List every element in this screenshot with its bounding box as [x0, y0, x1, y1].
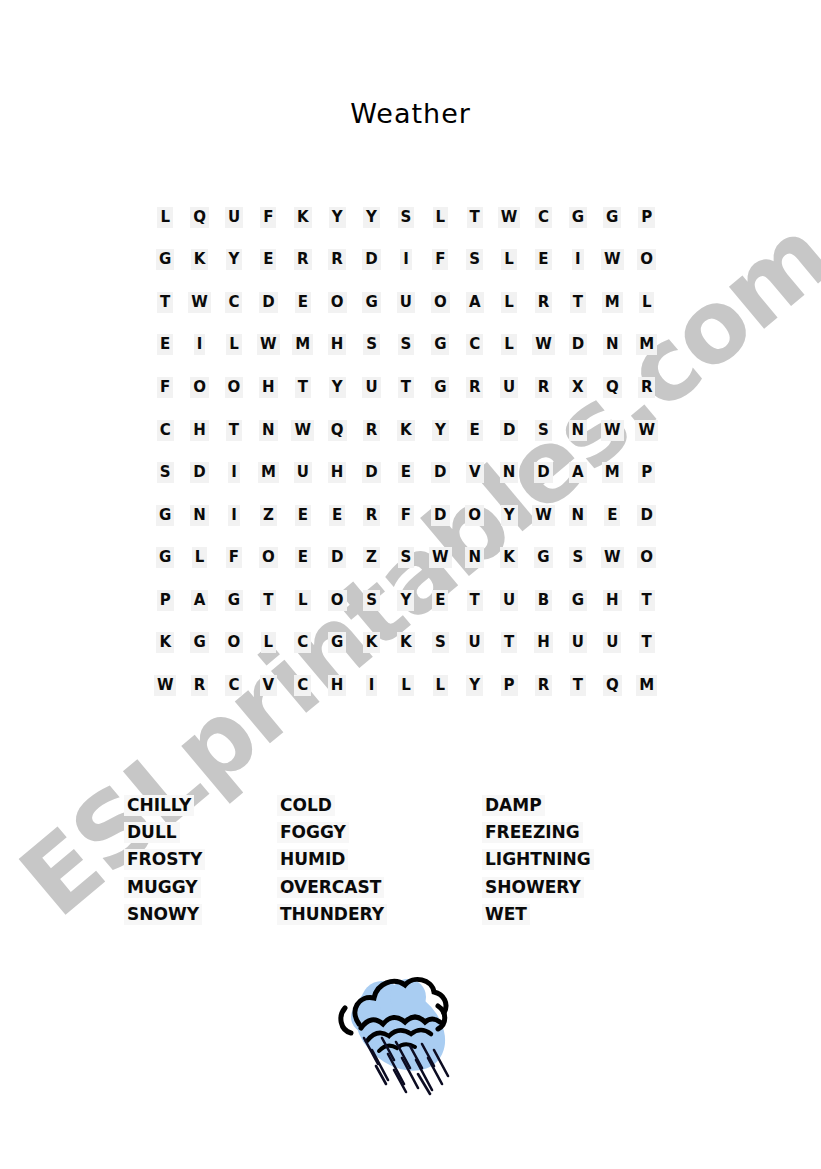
- word-list-item: FREEZING: [482, 819, 594, 846]
- grid-cell[interactable]: T: [629, 621, 663, 664]
- grid-cell[interactable]: N: [561, 494, 595, 537]
- grid-letter: F: [398, 505, 414, 526]
- grid-letter: G: [328, 632, 346, 653]
- grid-cell[interactable]: U: [492, 579, 526, 622]
- grid-letter: S: [398, 207, 415, 228]
- grid-letter: H: [328, 462, 347, 483]
- grid-letter: E: [295, 505, 311, 526]
- grid-cell[interactable]: S: [148, 451, 182, 494]
- grid-cell[interactable]: R: [526, 366, 560, 409]
- word-label: COLD: [277, 795, 335, 816]
- grid-letter: I: [228, 505, 240, 526]
- grid-letter: U: [294, 462, 312, 483]
- grid-cell[interactable]: L: [389, 664, 423, 707]
- grid-cell[interactable]: Y: [389, 579, 423, 622]
- grid-cell[interactable]: M: [595, 451, 629, 494]
- grid-cell[interactable]: D: [423, 451, 457, 494]
- grid-letter: Y: [363, 207, 380, 228]
- grid-cell[interactable]: H: [182, 409, 216, 452]
- grid-cell[interactable]: G: [354, 281, 388, 324]
- grid-cell[interactable]: V: [458, 451, 492, 494]
- grid-cell[interactable]: S: [354, 324, 388, 367]
- grid-cell[interactable]: S: [354, 579, 388, 622]
- grid-cell[interactable]: W: [629, 409, 663, 452]
- grid-letter: U: [603, 632, 621, 653]
- grid-cell[interactable]: L: [492, 281, 526, 324]
- grid-letter: L: [261, 632, 277, 653]
- grid-letter: G: [156, 505, 174, 526]
- grid-letter: D: [190, 462, 208, 483]
- grid-letter: P: [638, 462, 655, 483]
- grid-cell[interactable]: F: [423, 239, 457, 282]
- grid-cell[interactable]: M: [595, 281, 629, 324]
- grid-letter: U: [397, 292, 415, 313]
- grid-cell[interactable]: R: [629, 366, 663, 409]
- grid-letter: T: [570, 292, 586, 313]
- grid-cell[interactable]: G: [148, 239, 182, 282]
- grid-cell[interactable]: P: [148, 579, 182, 622]
- grid-cell[interactable]: A: [182, 579, 216, 622]
- grid-cell[interactable]: A: [458, 281, 492, 324]
- grid-letter: T: [226, 420, 242, 441]
- grid-cell[interactable]: G: [561, 196, 595, 239]
- grid-cell[interactable]: E: [320, 494, 354, 537]
- grid-cell[interactable]: U: [595, 621, 629, 664]
- grid-cell[interactable]: R: [526, 281, 560, 324]
- grid-letter: D: [259, 292, 277, 313]
- grid-cell[interactable]: S: [389, 324, 423, 367]
- grid-letter: H: [534, 632, 553, 653]
- grid-cell[interactable]: A: [561, 451, 595, 494]
- grid-cell[interactable]: T: [458, 579, 492, 622]
- grid-letter: U: [500, 590, 518, 611]
- grid-letter: I: [366, 675, 378, 696]
- grid-cell[interactable]: W: [526, 494, 560, 537]
- grid-cell[interactable]: T: [629, 579, 663, 622]
- grid-cell[interactable]: T: [389, 366, 423, 409]
- grid-cell[interactable]: T: [286, 366, 320, 409]
- grid-cell[interactable]: R: [354, 494, 388, 537]
- grid-letter: S: [398, 334, 415, 355]
- grid-letter: S: [157, 462, 174, 483]
- grid-cell[interactable]: C: [217, 281, 251, 324]
- grid-letter: T: [398, 377, 414, 398]
- grid-cell[interactable]: K: [148, 621, 182, 664]
- grid-cell[interactable]: L: [251, 621, 285, 664]
- grid-cell[interactable]: E: [286, 281, 320, 324]
- grid-cell[interactable]: U: [354, 366, 388, 409]
- grid-cell[interactable]: F: [389, 494, 423, 537]
- grid-cell[interactable]: G: [182, 621, 216, 664]
- word-list-item: CHILLY: [124, 792, 205, 819]
- grid-cell[interactable]: H: [320, 324, 354, 367]
- grid-cell[interactable]: V: [251, 664, 285, 707]
- grid-cell[interactable]: R: [182, 664, 216, 707]
- grid-cell[interactable]: E: [389, 451, 423, 494]
- grid-cell[interactable]: K: [286, 196, 320, 239]
- grid-letter: R: [328, 249, 346, 270]
- grid-cell[interactable]: S: [389, 196, 423, 239]
- grid-letter: R: [638, 377, 656, 398]
- grid-cell[interactable]: Y: [354, 196, 388, 239]
- grid-letter: G: [362, 292, 380, 313]
- grid-cell[interactable]: H: [320, 451, 354, 494]
- grid-cell[interactable]: S: [423, 621, 457, 664]
- grid-cell[interactable]: L: [182, 536, 216, 579]
- grid-letter: C: [466, 334, 483, 355]
- grid-cell[interactable]: T: [561, 281, 595, 324]
- grid-cell[interactable]: G: [148, 494, 182, 537]
- grid-letter: C: [225, 675, 242, 696]
- grid-cell[interactable]: Q: [595, 664, 629, 707]
- grid-letter: D: [534, 462, 552, 483]
- grid-cell[interactable]: R: [286, 239, 320, 282]
- grid-cell[interactable]: L: [629, 281, 663, 324]
- grid-cell[interactable]: K: [182, 239, 216, 282]
- grid-cell[interactable]: L: [286, 579, 320, 622]
- grid-cell[interactable]: H: [526, 621, 560, 664]
- grid-cell[interactable]: K: [389, 409, 423, 452]
- grid-letter: L: [639, 292, 655, 313]
- grid-cell[interactable]: O: [320, 579, 354, 622]
- grid-cell[interactable]: U: [217, 196, 251, 239]
- grid-letter: Y: [432, 420, 449, 441]
- grid-letter: E: [535, 249, 551, 270]
- grid-cell[interactable]: W: [595, 239, 629, 282]
- grid-letter: D: [500, 420, 518, 441]
- grid-cell[interactable]: N: [595, 324, 629, 367]
- grid-cell[interactable]: D: [423, 494, 457, 537]
- word-list-item: LIGHTNING: [482, 846, 594, 873]
- grid-cell[interactable]: T: [217, 409, 251, 452]
- word-label: WET: [482, 904, 530, 925]
- word-label: DULL: [124, 822, 180, 843]
- grid-cell[interactable]: U: [492, 366, 526, 409]
- grid-letter: S: [432, 632, 449, 653]
- grid-cell[interactable]: I: [389, 239, 423, 282]
- word-label: SNOWY: [124, 904, 202, 925]
- grid-letter: G: [603, 207, 621, 228]
- grid-cell[interactable]: E: [595, 494, 629, 537]
- grid-cell[interactable]: L: [148, 196, 182, 239]
- grid-letter: H: [603, 590, 622, 611]
- grid-cell[interactable]: S: [458, 239, 492, 282]
- word-list-item: SNOWY: [124, 901, 205, 928]
- grid-cell[interactable]: N: [251, 409, 285, 452]
- grid-cell[interactable]: K: [389, 621, 423, 664]
- grid-cell[interactable]: Q: [320, 409, 354, 452]
- grid-letter: W: [601, 547, 624, 568]
- grid-cell[interactable]: L: [423, 196, 457, 239]
- grid-cell[interactable]: L: [423, 664, 457, 707]
- grid-letter: H: [190, 420, 209, 441]
- grid-letter: F: [157, 377, 173, 398]
- grid-cell[interactable]: Q: [595, 366, 629, 409]
- grid-cell[interactable]: D: [320, 536, 354, 579]
- grid-letter: K: [294, 207, 312, 228]
- grid-cell[interactable]: W: [492, 196, 526, 239]
- grid-cell[interactable]: Y: [320, 196, 354, 239]
- grid-letter: P: [157, 590, 174, 611]
- grid-cell[interactable]: D: [354, 451, 388, 494]
- grid-letter: I: [228, 462, 240, 483]
- grid-cell[interactable]: G: [423, 324, 457, 367]
- grid-cell[interactable]: Q: [182, 196, 216, 239]
- grid-cell[interactable]: T: [148, 281, 182, 324]
- grid-cell[interactable]: I: [561, 239, 595, 282]
- grid-cell[interactable]: E: [526, 239, 560, 282]
- grid-cell[interactable]: F: [148, 366, 182, 409]
- grid-cell[interactable]: U: [389, 281, 423, 324]
- grid-letter: G: [534, 547, 552, 568]
- grid-cell[interactable]: W: [526, 324, 560, 367]
- grid-letter: U: [569, 632, 587, 653]
- grid-cell[interactable]: C: [217, 664, 251, 707]
- grid-letter: O: [637, 547, 656, 568]
- page-title: Weather: [0, 98, 821, 129]
- grid-letter: L: [433, 675, 449, 696]
- grid-cell[interactable]: G: [561, 579, 595, 622]
- grid-cell[interactable]: C: [458, 324, 492, 367]
- grid-cell[interactable]: N: [458, 536, 492, 579]
- grid-cell[interactable]: R: [320, 239, 354, 282]
- grid-cell[interactable]: D: [526, 451, 560, 494]
- grid-letter: E: [260, 249, 276, 270]
- grid-letter: G: [156, 249, 174, 270]
- grid-letter: W: [188, 292, 211, 313]
- grid-cell[interactable]: I: [217, 451, 251, 494]
- grid-letter: U: [362, 377, 380, 398]
- grid-cell[interactable]: Y: [492, 494, 526, 537]
- grid-letter: P: [501, 675, 518, 696]
- grid-letter: L: [157, 207, 173, 228]
- grid-letter: C: [535, 207, 552, 228]
- grid-cell[interactable]: Y: [217, 239, 251, 282]
- grid-letter: D: [362, 249, 380, 270]
- grid-cell[interactable]: D: [492, 409, 526, 452]
- grid-cell[interactable]: W: [148, 664, 182, 707]
- grid-letter: C: [294, 675, 311, 696]
- grid-cell[interactable]: T: [251, 579, 285, 622]
- grid-letter: D: [328, 547, 346, 568]
- grid-cell[interactable]: O: [217, 366, 251, 409]
- word-list-column-1: CHILLYDULLFROSTYMUGGYSNOWY: [124, 792, 205, 928]
- grid-letter: W: [635, 420, 658, 441]
- grid-letter: W: [154, 675, 177, 696]
- grid-cell[interactable]: W: [595, 536, 629, 579]
- grid-cell[interactable]: O: [320, 281, 354, 324]
- grid-letter: Y: [329, 207, 346, 228]
- grid-cell[interactable]: O: [629, 536, 663, 579]
- grid-cell[interactable]: Z: [251, 494, 285, 537]
- grid-letter: N: [190, 505, 209, 526]
- grid-cell[interactable]: K: [354, 621, 388, 664]
- grid-letter: N: [603, 334, 622, 355]
- grid-cell[interactable]: L: [492, 239, 526, 282]
- grid-cell[interactable]: W: [251, 324, 285, 367]
- grid-cell[interactable]: I: [182, 324, 216, 367]
- grid-cell[interactable]: G: [526, 536, 560, 579]
- grid-cell[interactable]: D: [561, 324, 595, 367]
- grid-cell[interactable]: E: [423, 579, 457, 622]
- grid-letter: Q: [603, 675, 622, 696]
- grid-letter: X: [569, 377, 587, 398]
- grid-cell[interactable]: R: [458, 366, 492, 409]
- grid-cell[interactable]: C: [286, 621, 320, 664]
- word-list-column-3: DAMPFREEZINGLIGHTNINGSHOWERYWET: [482, 792, 594, 928]
- grid-cell[interactable]: O: [423, 281, 457, 324]
- grid-letter: W: [532, 334, 555, 355]
- grid-cell[interactable]: U: [458, 621, 492, 664]
- grid-cell[interactable]: H: [251, 366, 285, 409]
- grid-cell[interactable]: D: [182, 451, 216, 494]
- grid-letter: K: [363, 632, 381, 653]
- grid-letter: R: [535, 675, 553, 696]
- grid-cell[interactable]: G: [148, 536, 182, 579]
- grid-cell[interactable]: U: [286, 451, 320, 494]
- grid-cell[interactable]: I: [217, 494, 251, 537]
- grid-cell[interactable]: D: [354, 239, 388, 282]
- grid-cell[interactable]: G: [595, 196, 629, 239]
- grid-letter: H: [259, 377, 278, 398]
- grid-letter: Y: [329, 377, 346, 398]
- grid-letter: W: [429, 547, 452, 568]
- grid-letter: R: [363, 505, 381, 526]
- grid-letter: K: [397, 632, 415, 653]
- grid-cell[interactable]: L: [217, 324, 251, 367]
- grid-letter: W: [601, 420, 624, 441]
- grid-letter: Q: [603, 377, 622, 398]
- grid-cell[interactable]: N: [492, 451, 526, 494]
- grid-cell[interactable]: G: [320, 621, 354, 664]
- grid-cell[interactable]: S: [561, 536, 595, 579]
- grid-cell[interactable]: O: [217, 621, 251, 664]
- grid-letter: T: [260, 590, 276, 611]
- grid-cell[interactable]: Y: [320, 366, 354, 409]
- grid-cell[interactable]: R: [354, 409, 388, 452]
- grid-cell[interactable]: S: [526, 409, 560, 452]
- grid-letter: W: [601, 249, 624, 270]
- word-list-item: COLD: [277, 792, 387, 819]
- grid-cell[interactable]: K: [492, 536, 526, 579]
- grid-letter: E: [467, 420, 483, 441]
- grid-letter: Y: [466, 675, 483, 696]
- grid-cell[interactable]: O: [629, 239, 663, 282]
- grid-letter: Y: [226, 249, 243, 270]
- grid-cell[interactable]: E: [251, 239, 285, 282]
- grid-cell[interactable]: E: [148, 324, 182, 367]
- grid-cell[interactable]: W: [182, 281, 216, 324]
- grid-cell[interactable]: C: [148, 409, 182, 452]
- grid-cell[interactable]: W: [423, 536, 457, 579]
- grid-cell[interactable]: T: [561, 664, 595, 707]
- word-label: FREEZING: [482, 822, 583, 843]
- grid-letter: N: [569, 420, 588, 441]
- grid-letter: V: [466, 462, 484, 483]
- grid-cell[interactable]: T: [458, 196, 492, 239]
- grid-cell[interactable]: M: [286, 324, 320, 367]
- grid-cell[interactable]: C: [286, 664, 320, 707]
- word-label: FROSTY: [124, 849, 205, 870]
- grid-cell[interactable]: O: [458, 494, 492, 537]
- grid-cell[interactable]: B: [526, 579, 560, 622]
- grid-letter: C: [157, 420, 174, 441]
- grid-cell[interactable]: H: [320, 664, 354, 707]
- grid-cell[interactable]: E: [458, 409, 492, 452]
- grid-cell[interactable]: X: [561, 366, 595, 409]
- grid-cell[interactable]: P: [492, 664, 526, 707]
- grid-cell[interactable]: E: [286, 494, 320, 537]
- grid-cell[interactable]: I: [354, 664, 388, 707]
- grid-cell[interactable]: U: [561, 621, 595, 664]
- grid-letter: R: [191, 675, 209, 696]
- grid-cell[interactable]: Y: [423, 409, 457, 452]
- grid-letter: E: [157, 334, 173, 355]
- grid-letter: C: [225, 292, 242, 313]
- grid-cell[interactable]: T: [492, 621, 526, 664]
- grid-cell[interactable]: D: [251, 281, 285, 324]
- grid-letter: F: [260, 207, 276, 228]
- grid-cell[interactable]: P: [629, 196, 663, 239]
- grid-letter: R: [466, 377, 484, 398]
- grid-cell[interactable]: W: [595, 409, 629, 452]
- grid-cell[interactable]: H: [595, 579, 629, 622]
- grid-letter: A: [191, 590, 209, 611]
- grid-letter: M: [636, 675, 657, 696]
- grid-cell[interactable]: G: [423, 366, 457, 409]
- grid-cell[interactable]: N: [561, 409, 595, 452]
- grid-cell[interactable]: C: [526, 196, 560, 239]
- grid-letter: U: [500, 377, 518, 398]
- grid-letter: G: [431, 334, 449, 355]
- grid-cell[interactable]: M: [251, 451, 285, 494]
- grid-letter: Q: [190, 207, 209, 228]
- grid-letter: R: [535, 377, 553, 398]
- grid-letter: E: [604, 505, 620, 526]
- word-list-item: OVERCAST: [277, 874, 387, 901]
- grid-cell[interactable]: G: [217, 579, 251, 622]
- grid-cell[interactable]: W: [286, 409, 320, 452]
- grid-cell[interactable]: O: [251, 536, 285, 579]
- grid-letter: G: [156, 547, 174, 568]
- grid-cell[interactable]: S: [389, 536, 423, 579]
- grid-cell[interactable]: N: [182, 494, 216, 537]
- word-search-grid: LQUFKYYSLTWCGGPGKYERRDIFSLEIWOTWCDEOGUOA…: [148, 196, 664, 707]
- grid-cell[interactable]: Y: [458, 664, 492, 707]
- grid-letter: L: [433, 207, 449, 228]
- grid-letter: D: [431, 505, 449, 526]
- worksheet-page: ESLprintables.com Weather LQUFKYYSLTWCGG…: [0, 0, 821, 1169]
- grid-cell[interactable]: E: [286, 536, 320, 579]
- grid-cell[interactable]: R: [526, 664, 560, 707]
- grid-cell[interactable]: D: [629, 494, 663, 537]
- grid-letter: I: [572, 249, 584, 270]
- grid-cell[interactable]: P: [629, 451, 663, 494]
- grid-cell[interactable]: M: [629, 664, 663, 707]
- grid-cell[interactable]: F: [251, 196, 285, 239]
- word-list-item: MUGGY: [124, 874, 205, 901]
- grid-letter: F: [226, 547, 242, 568]
- grid-cell[interactable]: L: [492, 324, 526, 367]
- grid-cell[interactable]: M: [629, 324, 663, 367]
- grid-cell[interactable]: Z: [354, 536, 388, 579]
- grid-letter: M: [636, 334, 657, 355]
- grid-cell[interactable]: O: [182, 366, 216, 409]
- grid-letter: W: [257, 334, 280, 355]
- grid-cell[interactable]: F: [217, 536, 251, 579]
- grid-letter: E: [432, 590, 448, 611]
- grid-letter: Q: [328, 420, 347, 441]
